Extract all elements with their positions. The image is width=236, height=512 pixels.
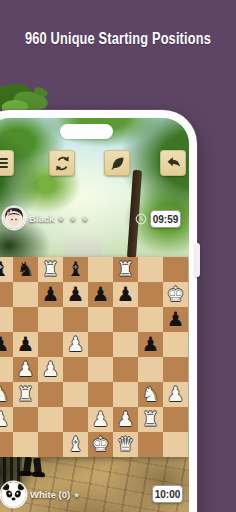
square-g2[interactable]: ♜ — [138, 407, 163, 432]
black-pawn: ♟ — [67, 284, 85, 304]
square-b1[interactable] — [13, 432, 38, 457]
white-rook: ♜ — [117, 259, 135, 279]
white-player-stars: ★ — [73, 490, 82, 500]
square-g6[interactable] — [138, 307, 163, 332]
square-c7[interactable]: ♟ — [38, 282, 63, 307]
white-pawn: ♟ — [117, 409, 135, 429]
square-b5[interactable]: ♟ — [13, 332, 38, 357]
phone-side-button — [195, 243, 200, 277]
white-rook: ♜ — [17, 384, 35, 404]
undo-button[interactable] — [160, 150, 186, 176]
square-c8[interactable]: ♜ — [38, 257, 63, 282]
black-knight: ♞ — [17, 259, 35, 279]
black-bishop: ♝ — [0, 259, 9, 279]
square-b2[interactable] — [13, 407, 38, 432]
square-h1[interactable] — [163, 432, 188, 457]
pedestrian-shoe — [32, 472, 45, 478]
square-d3[interactable] — [63, 382, 88, 407]
square-b6[interactable] — [13, 307, 38, 332]
dynamic-island — [60, 124, 113, 139]
square-f1[interactable]: ♛ — [113, 432, 138, 457]
square-a4[interactable] — [0, 357, 13, 382]
black-pawn: ♟ — [42, 284, 60, 304]
leaf-icon — [109, 155, 126, 172]
pedestrian-shoe — [19, 471, 32, 476]
square-e8[interactable] — [88, 257, 113, 282]
square-a3[interactable]: ♞ — [0, 382, 13, 407]
square-b4[interactable]: ♟ — [13, 357, 38, 382]
square-b8[interactable]: ♞ — [13, 257, 38, 282]
menu-icon — [0, 158, 8, 169]
square-c1[interactable] — [38, 432, 63, 457]
square-h2[interactable] — [163, 407, 188, 432]
square-d2[interactable] — [63, 407, 88, 432]
black-bishop: ♝ — [67, 259, 85, 279]
square-a7[interactable] — [0, 282, 13, 307]
square-h8[interactable] — [163, 257, 188, 282]
square-f8[interactable]: ♜ — [113, 257, 138, 282]
headline: 960 Unique Starting Positions — [24, 30, 213, 48]
square-e1[interactable]: ♚ — [88, 432, 113, 457]
black-pawn: ♟ — [167, 309, 185, 329]
white-pawn: ♟ — [67, 334, 85, 354]
black-pawn: ♟ — [117, 284, 135, 304]
square-d8[interactable]: ♝ — [63, 257, 88, 282]
square-f4[interactable] — [113, 357, 138, 382]
square-h7[interactable]: ♚ — [163, 282, 188, 307]
square-a1[interactable] — [0, 432, 13, 457]
white-queen: ♛ — [117, 434, 135, 454]
square-a6[interactable] — [0, 307, 13, 332]
square-c3[interactable] — [38, 382, 63, 407]
square-h4[interactable] — [163, 357, 188, 382]
square-b7[interactable] — [13, 282, 38, 307]
square-c4[interactable]: ♟ — [38, 357, 63, 382]
white-rook: ♜ — [142, 409, 160, 429]
square-g4[interactable] — [138, 357, 163, 382]
black-clock: 09:59 — [150, 210, 181, 228]
white-clock: 10:00 — [152, 485, 183, 503]
black-pawn: ♟ — [17, 334, 35, 354]
square-d4[interactable] — [63, 357, 88, 382]
square-f3[interactable] — [113, 382, 138, 407]
white-player-name: White (0) ★ — [30, 489, 81, 500]
clock-icon — [135, 213, 147, 225]
square-d7[interactable]: ♟ — [63, 282, 88, 307]
square-h5[interactable] — [163, 332, 188, 357]
square-d6[interactable] — [63, 307, 88, 332]
square-a5[interactable]: ♟ — [0, 332, 13, 357]
phone-screen: Black ★ ★ ★ 09:59 ♝♞♜♝♜♟♟♟♟♚♟♟♟♟♟♟♟♞♜♞♟♟… — [0, 118, 189, 512]
square-g8[interactable] — [138, 257, 163, 282]
white-player-avatar — [1, 482, 26, 507]
square-e4[interactable] — [88, 357, 113, 382]
white-bishop: ♝ — [67, 434, 85, 454]
white-king: ♚ — [92, 434, 110, 454]
square-h6[interactable]: ♟ — [163, 307, 188, 332]
square-g5[interactable]: ♟ — [138, 332, 163, 357]
promo-screenshot: 960 Unique Starting Positions — [0, 0, 236, 512]
refresh-icon — [54, 155, 71, 172]
black-player-avatar — [3, 207, 25, 229]
black-player-name: Black ★ ★ ★ — [29, 213, 90, 224]
square-g7[interactable] — [138, 282, 163, 307]
square-e5[interactable] — [88, 332, 113, 357]
square-h3[interactable]: ♟ — [163, 382, 188, 407]
square-c2[interactable] — [38, 407, 63, 432]
white-pawn: ♟ — [167, 384, 185, 404]
phone-mockup: Black ★ ★ ★ 09:59 ♝♞♜♝♜♟♟♟♟♚♟♟♟♟♟♟♟♞♜♞♟♟… — [0, 110, 197, 512]
black-pawn: ♟ — [0, 334, 9, 354]
white-rook: ♜ — [42, 259, 60, 279]
chess-board: ♝♞♜♝♜♟♟♟♟♚♟♟♟♟♟♟♟♞♜♞♟♟♟♟♜♝♚♛ — [0, 257, 188, 457]
white-knight: ♞ — [0, 384, 9, 404]
square-f6[interactable] — [113, 307, 138, 332]
white-pawn: ♟ — [42, 359, 60, 379]
square-e2[interactable]: ♟ — [88, 407, 113, 432]
square-a8[interactable]: ♝ — [0, 257, 13, 282]
theme-button[interactable] — [104, 150, 130, 176]
menu-button[interactable] — [0, 150, 14, 176]
square-b3[interactable]: ♜ — [13, 382, 38, 407]
square-f2[interactable]: ♟ — [113, 407, 138, 432]
square-g3[interactable]: ♞ — [138, 382, 163, 407]
square-e6[interactable] — [88, 307, 113, 332]
undo-icon — [165, 155, 182, 172]
white-king: ♚ — [167, 284, 185, 304]
black-player-stars: ★ ★ ★ — [57, 214, 90, 224]
black-pawn: ♟ — [142, 334, 160, 354]
square-f5[interactable] — [113, 332, 138, 357]
new-position-button[interactable] — [49, 150, 75, 176]
square-g1[interactable] — [138, 432, 163, 457]
white-pawn: ♟ — [92, 409, 110, 429]
white-knight: ♞ — [142, 384, 160, 404]
player-bar-black: Black ★ ★ ★ 09:59 — [0, 206, 189, 236]
square-c5[interactable] — [38, 332, 63, 357]
square-d1[interactable]: ♝ — [63, 432, 88, 457]
square-a2[interactable]: ♟ — [0, 407, 13, 432]
square-d5[interactable]: ♟ — [63, 332, 88, 357]
square-f7[interactable]: ♟ — [113, 282, 138, 307]
square-c6[interactable] — [38, 307, 63, 332]
square-e7[interactable]: ♟ — [88, 282, 113, 307]
square-e3[interactable] — [88, 382, 113, 407]
black-pawn: ♟ — [92, 284, 110, 304]
player-bar-white: White (0) ★ 10:00 — [0, 480, 189, 510]
white-pawn: ♟ — [0, 409, 9, 429]
white-pawn: ♟ — [17, 359, 35, 379]
